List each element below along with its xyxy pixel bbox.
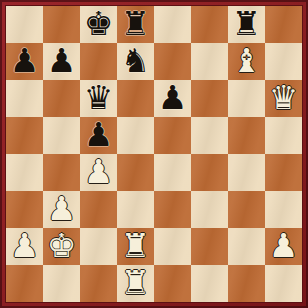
square-c4[interactable]: ♟	[80, 154, 117, 191]
square-b5[interactable]	[43, 117, 80, 154]
square-h1[interactable]	[265, 265, 302, 302]
piece-white-pawn-a2: ♟	[10, 227, 40, 264]
square-e3[interactable]	[154, 191, 191, 228]
square-c2[interactable]	[80, 228, 117, 265]
square-g6[interactable]	[228, 80, 265, 117]
square-h2[interactable]: ♟	[265, 228, 302, 265]
square-d8[interactable]: ♜	[117, 6, 154, 43]
square-c1[interactable]	[80, 265, 117, 302]
square-a2[interactable]: ♟	[6, 228, 43, 265]
square-f1[interactable]	[191, 265, 228, 302]
square-b1[interactable]	[43, 265, 80, 302]
square-a5[interactable]	[6, 117, 43, 154]
piece-white-bishop-g7: ♝	[232, 42, 262, 79]
square-e5[interactable]	[154, 117, 191, 154]
square-g2[interactable]	[228, 228, 265, 265]
square-d7[interactable]: ♞	[117, 43, 154, 80]
square-f4[interactable]	[191, 154, 228, 191]
piece-black-knight-d7: ♞	[121, 42, 151, 79]
piece-black-rook-d8: ♜	[121, 5, 151, 42]
square-d1[interactable]: ♜	[117, 265, 154, 302]
piece-white-queen-h6: ♛	[269, 79, 299, 116]
square-a1[interactable]	[6, 265, 43, 302]
square-g1[interactable]	[228, 265, 265, 302]
square-e6[interactable]: ♟	[154, 80, 191, 117]
piece-black-king-c8: ♚	[84, 5, 114, 42]
piece-white-pawn-c4: ♟	[84, 153, 114, 190]
square-a8[interactable]	[6, 6, 43, 43]
square-h4[interactable]	[265, 154, 302, 191]
square-g5[interactable]	[228, 117, 265, 154]
piece-white-rook-d2: ♜	[121, 227, 151, 264]
square-h7[interactable]	[265, 43, 302, 80]
square-g8[interactable]: ♜	[228, 6, 265, 43]
square-f5[interactable]	[191, 117, 228, 154]
square-e8[interactable]	[154, 6, 191, 43]
square-d6[interactable]	[117, 80, 154, 117]
square-c7[interactable]	[80, 43, 117, 80]
piece-white-pawn-b3: ♟	[47, 190, 77, 227]
square-b7[interactable]: ♟	[43, 43, 80, 80]
square-f2[interactable]	[191, 228, 228, 265]
piece-white-king-b2: ♚	[47, 227, 77, 264]
square-a4[interactable]	[6, 154, 43, 191]
square-c5[interactable]: ♟	[80, 117, 117, 154]
square-e4[interactable]	[154, 154, 191, 191]
square-g7[interactable]: ♝	[228, 43, 265, 80]
square-c6[interactable]: ♛	[80, 80, 117, 117]
square-a7[interactable]: ♟	[6, 43, 43, 80]
piece-white-rook-d1: ♜	[121, 264, 151, 301]
square-g4[interactable]	[228, 154, 265, 191]
piece-black-pawn-a7: ♟	[10, 42, 40, 79]
square-b3[interactable]: ♟	[43, 191, 80, 228]
square-c3[interactable]	[80, 191, 117, 228]
square-f6[interactable]	[191, 80, 228, 117]
square-e2[interactable]	[154, 228, 191, 265]
square-f7[interactable]	[191, 43, 228, 80]
piece-black-pawn-e6: ♟	[158, 79, 188, 116]
square-b2[interactable]: ♚	[43, 228, 80, 265]
square-a6[interactable]	[6, 80, 43, 117]
square-h3[interactable]	[265, 191, 302, 228]
square-d3[interactable]	[117, 191, 154, 228]
piece-white-pawn-h2: ♟	[269, 227, 299, 264]
square-f8[interactable]	[191, 6, 228, 43]
square-a3[interactable]	[6, 191, 43, 228]
square-d2[interactable]: ♜	[117, 228, 154, 265]
square-b6[interactable]	[43, 80, 80, 117]
square-h6[interactable]: ♛	[265, 80, 302, 117]
square-g3[interactable]	[228, 191, 265, 228]
square-b4[interactable]	[43, 154, 80, 191]
piece-black-pawn-b7: ♟	[47, 42, 77, 79]
square-h5[interactable]	[265, 117, 302, 154]
square-b8[interactable]	[43, 6, 80, 43]
board-frame: ♚♜♜♟♟♞♝♛♟♛♟♟♟♟♚♜♟♜	[0, 0, 308, 308]
piece-black-queen-c6: ♛	[84, 79, 114, 116]
square-e1[interactable]	[154, 265, 191, 302]
piece-black-pawn-c5: ♟	[84, 116, 114, 153]
square-d5[interactable]	[117, 117, 154, 154]
square-h8[interactable]	[265, 6, 302, 43]
square-c8[interactable]: ♚	[80, 6, 117, 43]
square-f3[interactable]	[191, 191, 228, 228]
piece-black-rook-g8: ♜	[232, 5, 262, 42]
square-d4[interactable]	[117, 154, 154, 191]
square-e7[interactable]	[154, 43, 191, 80]
chessboard: ♚♜♜♟♟♞♝♛♟♛♟♟♟♟♚♜♟♜	[6, 6, 302, 302]
